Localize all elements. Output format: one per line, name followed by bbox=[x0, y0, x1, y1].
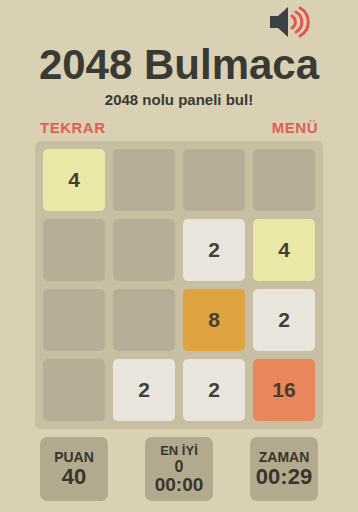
score-panel: PUAN 40 bbox=[40, 437, 108, 501]
score-panels: PUAN 40 EN İYİ 0 00:00 ZAMAN 00:29 bbox=[40, 437, 318, 501]
best-value: 0 bbox=[175, 458, 184, 475]
tile-4[interactable]: 4 bbox=[253, 219, 315, 281]
board: 424822216 bbox=[35, 141, 323, 429]
game-subtitle: 2048 nolu paneli bul! bbox=[0, 90, 358, 110]
speaker-on-icon bbox=[267, 25, 313, 42]
tile-4[interactable]: 4 bbox=[43, 149, 105, 211]
nav-bar: TEKRAR MENÜ bbox=[40, 119, 318, 136]
empty-cell[interactable] bbox=[183, 149, 245, 211]
time-label: ZAMAN bbox=[259, 449, 310, 465]
menu-button[interactable]: MENÜ bbox=[272, 119, 318, 136]
best-label: EN İYİ bbox=[160, 443, 198, 458]
time-panel: ZAMAN 00:29 bbox=[250, 437, 318, 501]
tile-16[interactable]: 16 bbox=[253, 359, 315, 421]
sound-toggle-button[interactable] bbox=[267, 5, 313, 39]
empty-cell[interactable] bbox=[253, 149, 315, 211]
empty-cell[interactable] bbox=[43, 219, 105, 281]
tile-2[interactable]: 2 bbox=[253, 289, 315, 351]
time-value: 00:29 bbox=[256, 465, 312, 489]
empty-cell[interactable] bbox=[113, 289, 175, 351]
score-label: PUAN bbox=[54, 449, 94, 465]
best-panel: EN İYİ 0 00:00 bbox=[145, 437, 213, 501]
tile-8[interactable]: 8 bbox=[183, 289, 245, 351]
tile-2[interactable]: 2 bbox=[183, 359, 245, 421]
empty-cell[interactable] bbox=[43, 359, 105, 421]
game-title: 2048 Bulmaca bbox=[0, 42, 358, 88]
empty-cell[interactable] bbox=[113, 149, 175, 211]
best-time: 00:00 bbox=[155, 475, 204, 495]
tile-2[interactable]: 2 bbox=[113, 359, 175, 421]
restart-button[interactable]: TEKRAR bbox=[40, 119, 106, 136]
score-value: 40 bbox=[62, 465, 86, 489]
empty-cell[interactable] bbox=[113, 219, 175, 281]
empty-cell[interactable] bbox=[43, 289, 105, 351]
tile-2[interactable]: 2 bbox=[183, 219, 245, 281]
